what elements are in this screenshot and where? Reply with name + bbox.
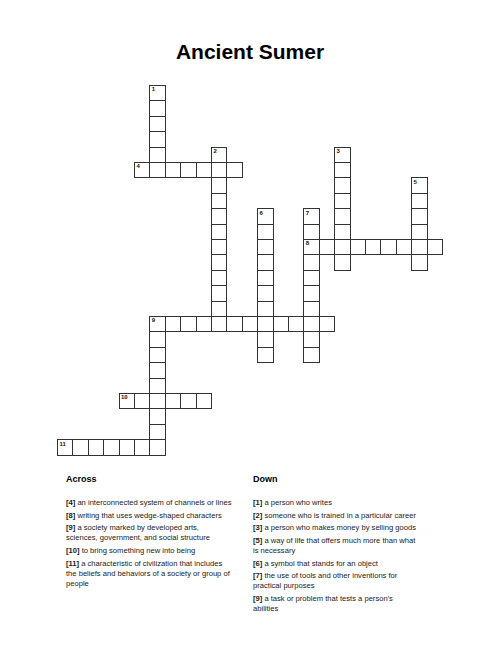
clue-number: [5] [253,536,262,545]
grid-cell-r13c13[interactable] [257,285,273,301]
grid-cell-r5c8[interactable] [180,162,196,178]
grid-cell-r16c16[interactable] [303,331,319,347]
grid-cell-r5c9[interactable] [196,162,212,178]
cell-number: 7 [306,210,309,217]
cell-number: 1 [152,86,155,93]
grid-cell-r11c16[interactable] [303,254,319,270]
grid-cell-r20c7[interactable] [165,393,181,409]
grid-cell-r0c6[interactable]: 1 [149,85,165,101]
grid-cell-r9c10[interactable] [211,224,227,240]
grid-cell-r10c16[interactable]: 8 [303,239,319,255]
cell-number: 9 [152,317,155,324]
grid-cell-r10c21[interactable] [380,239,396,255]
grid-cell-r4c6[interactable] [149,147,165,163]
cell-number: 11 [59,441,65,448]
clue-3: [3] a person who makes money by selling … [253,523,453,533]
across-header: Across [66,474,250,485]
grid-cell-r15c7[interactable] [165,316,181,332]
grid-cell-r15c15[interactable] [288,316,304,332]
clue-5: [5] a way of life that offers much more … [253,536,453,556]
clue-2: [2] someone who is trained in a particul… [253,511,453,521]
grid-cell-r10c19[interactable] [350,239,366,255]
grid-cell-r19c6[interactable] [149,378,165,394]
clue-number: [9] [253,594,262,603]
grid-cell-r5c5[interactable]: 4 [134,162,150,178]
clue-number: [2] [253,511,262,520]
grid-cell-r7c23[interactable] [411,193,427,209]
cell-number: 10 [121,394,128,401]
grid-cell-r12c13[interactable] [257,270,273,286]
clue-number: [9] [66,523,75,532]
grid-cell-r15c17[interactable] [319,316,335,332]
grid-cell-r8c10[interactable] [211,208,227,224]
grid-cell-r20c9[interactable] [196,393,212,409]
grid-cell-r5c6[interactable] [149,162,165,178]
clue-number: [1] [253,498,262,507]
grid-cell-r8c13[interactable]: 6 [257,208,273,224]
grid-cell-r7c18[interactable] [334,193,350,209]
grid-cell-r8c23[interactable] [411,208,427,224]
grid-cell-r17c6[interactable] [149,347,165,363]
puzzle-title: Ancient Sumer [0,41,500,63]
grid-cell-r23c1[interactable] [72,439,88,455]
clue-9: [9] a task or problem that tests a perso… [253,594,453,614]
grid-cell-r12c10[interactable] [211,270,227,286]
grid-cell-r20c8[interactable] [180,393,196,409]
grid-cell-r14c10[interactable] [211,301,227,317]
grid-cell-r18c6[interactable] [149,362,165,378]
grid-cell-r6c10[interactable] [211,177,227,193]
grid-cell-r23c0[interactable]: 11 [57,439,73,455]
grid-cell-r4c18[interactable]: 3 [334,147,350,163]
grid-cell-r14c13[interactable] [257,301,273,317]
clue-9: [9] a society marked by developed arts,s… [66,523,250,543]
grid-cell-r13c16[interactable] [303,285,319,301]
grid-cell-r9c23[interactable] [411,224,427,240]
grid-cell-r10c13[interactable] [257,239,273,255]
clue-8: [8] writing that uses wedge-shaped chara… [66,511,250,521]
grid-cell-r9c16[interactable] [303,224,319,240]
grid-cell-r10c17[interactable] [319,239,335,255]
across-clues-section: Across [4] an interconnected system of c… [66,474,250,592]
grid-cell-r23c6[interactable] [149,439,165,455]
grid-cell-r17c16[interactable] [303,347,319,363]
grid-cell-r1c6[interactable] [149,100,165,116]
grid-cell-r9c13[interactable] [257,224,273,240]
grid-cell-r10c20[interactable] [365,239,381,255]
grid-cell-r21c6[interactable] [149,408,165,424]
clue-6: [6] a symbol that stands for an object [253,559,453,569]
grid-cell-r2c6[interactable] [149,116,165,132]
grid-cell-r8c18[interactable] [334,208,350,224]
grid-cell-r10c22[interactable] [396,239,412,255]
grid-cell-r10c10[interactable] [211,239,227,255]
clue-number: [4] [66,498,75,507]
down-clue-list: [1] a person who writes[2] someone who i… [253,498,453,614]
clue-4: [4] an interconnected system of channels… [66,498,250,508]
grid-cell-r16c13[interactable] [257,331,273,347]
clue-number: [6] [253,559,262,568]
grid-cell-r20c5[interactable] [134,393,150,409]
grid-cell-r8c16[interactable]: 7 [303,208,319,224]
grid-cell-r15c12[interactable] [242,316,258,332]
cell-number: 3 [337,148,340,155]
grid-cell-r5c7[interactable] [165,162,181,178]
grid-cell-r14c16[interactable] [303,301,319,317]
grid-cell-r15c14[interactable] [273,316,289,332]
cell-number: 5 [414,179,417,186]
clue-number: [7] [253,571,262,580]
clue-7: [7] the use of tools and other invention… [253,571,453,591]
grid-cell-r11c18[interactable] [334,254,350,270]
grid-cell-r10c23[interactable] [411,239,427,255]
grid-cell-r6c18[interactable] [334,177,350,193]
grid-cell-r22c6[interactable] [149,424,165,440]
grid-cell-r15c6[interactable]: 9 [149,316,165,332]
grid-cell-r20c6[interactable] [149,393,165,409]
grid-cell-r15c10[interactable] [211,316,227,332]
grid-cell-r12c16[interactable] [303,270,319,286]
grid-cell-r9c18[interactable] [334,224,350,240]
grid-cell-r3c6[interactable] [149,131,165,147]
clue-1: [1] a person who writes [253,498,453,508]
grid-cell-r23c5[interactable] [134,439,150,455]
clue-number: [8] [66,511,75,520]
grid-cell-r4c10[interactable]: 2 [211,147,227,163]
grid-cell-r10c18[interactable] [334,239,350,255]
across-clue-list: [4] an interconnected system of channels… [66,498,250,589]
grid-cell-r6c23[interactable]: 5 [411,177,427,193]
clue-11: [11] a characteristic of civilization th… [66,559,250,590]
grid-cell-r16c6[interactable] [149,331,165,347]
grid-cell-r15c8[interactable] [180,316,196,332]
grid-cell-r13c10[interactable] [211,285,227,301]
clue-number: [10] [66,546,80,555]
grid-cell-r7c10[interactable] [211,193,227,209]
down-clues-section: Down [1] a person who writes[2] someone … [253,474,453,617]
clue-10: [10] to bring something new into being [66,546,250,556]
grid-cell-r5c18[interactable] [334,162,350,178]
cell-number: 2 [213,148,216,155]
grid-cell-r11c10[interactable] [211,254,227,270]
grid-cell-r17c13[interactable] [257,347,273,363]
clue-number: [3] [253,523,262,532]
down-header: Down [253,474,453,485]
grid-cell-r15c16[interactable] [303,316,319,332]
cell-number: 6 [260,210,263,217]
grid-cell-r15c11[interactable] [226,316,242,332]
clue-number: [11] [66,559,79,568]
grid-cell-r5c11[interactable] [226,162,242,178]
page: Ancient Sumer 1234567891011 Across [4] a… [0,0,500,647]
grid-cell-r11c13[interactable] [257,254,273,270]
grid-cell-r15c13[interactable] [257,316,273,332]
grid-cell-r23c2[interactable] [88,439,104,455]
grid-cell-r15c9[interactable] [196,316,212,332]
grid-cell-r20c4[interactable]: 10 [119,393,135,409]
grid-cell-r5c10[interactable] [211,162,227,178]
grid-cell-r10c24[interactable] [427,239,443,255]
cell-number: 8 [306,240,309,247]
crossword-grid: 1234567891011 [57,85,444,457]
grid-cell-r11c23[interactable] [411,254,427,270]
cell-number: 4 [136,163,139,170]
grid-cell-r23c3[interactable] [103,439,119,455]
grid-cell-r23c4[interactable] [119,439,135,455]
